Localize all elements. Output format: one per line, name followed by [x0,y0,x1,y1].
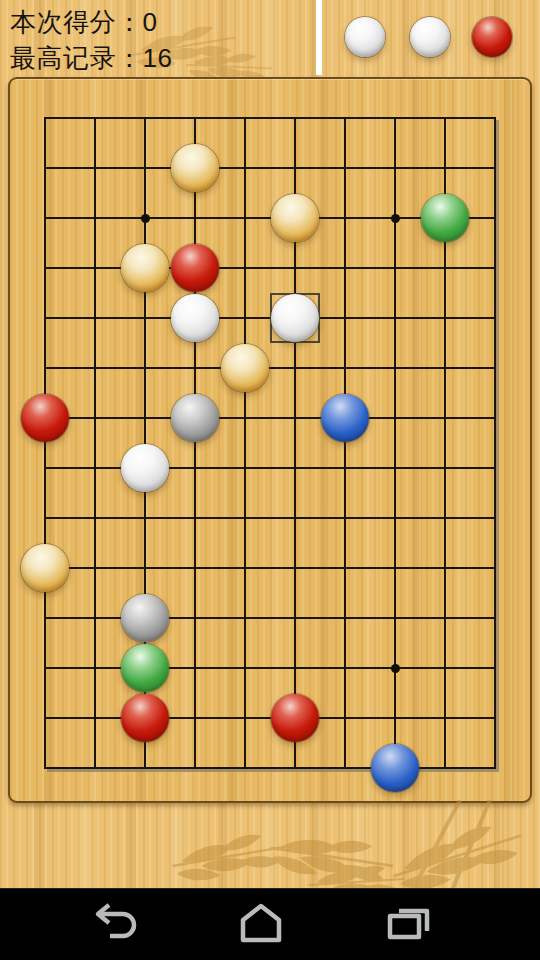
next-balls-tray [0,0,540,77]
ball-white[interactable] [171,294,219,342]
ball-silver[interactable] [171,394,219,442]
ball-silver[interactable] [121,594,169,642]
grid-line [194,117,196,769]
ball-white[interactable] [271,294,319,342]
recents-button[interactable] [380,895,436,951]
grid-line [94,117,96,769]
ball-gold[interactable] [221,344,269,392]
grid-line [44,767,496,769]
grid-line [344,117,346,769]
ball-red[interactable] [121,694,169,742]
ball-red[interactable] [271,694,319,742]
home-icon [233,899,289,947]
ball-red[interactable] [171,244,219,292]
recents-icon [380,899,436,947]
ball-gold[interactable] [21,544,69,592]
star-point [391,664,400,673]
grid-line [44,367,496,369]
grid-line [44,567,496,569]
grid-line [494,117,496,769]
grid-line [44,267,496,269]
grid-line [244,117,246,769]
ball-red[interactable] [21,394,69,442]
grid-line [44,417,496,419]
back-icon [87,899,143,947]
next-ball-1-white [345,17,385,57]
ball-gold[interactable] [271,194,319,242]
ball-green[interactable] [121,644,169,692]
app-screen: 本次得分：0 最高记录：16 [0,0,540,960]
grid-line [44,117,496,119]
game-board[interactable] [8,77,532,803]
next-ball-2-white [410,17,450,57]
back-button[interactable] [87,895,143,951]
star-point [141,214,150,223]
next-ball-3-red [472,17,512,57]
grid-line [44,517,496,519]
ball-gold[interactable] [121,244,169,292]
grid-line [44,717,496,719]
ball-white[interactable] [121,444,169,492]
ball-blue[interactable] [321,394,369,442]
ball-blue[interactable] [371,744,419,792]
bamboo-watermark-bottom [160,800,540,895]
grid-line [44,117,46,769]
android-nav-bar [0,888,540,960]
home-button[interactable] [233,895,289,951]
grid-line [44,617,496,619]
ball-green[interactable] [421,194,469,242]
grid-line [44,167,496,169]
grid-line [44,667,496,669]
star-point [391,214,400,223]
grid-line [44,467,496,469]
ball-gold[interactable] [171,144,219,192]
